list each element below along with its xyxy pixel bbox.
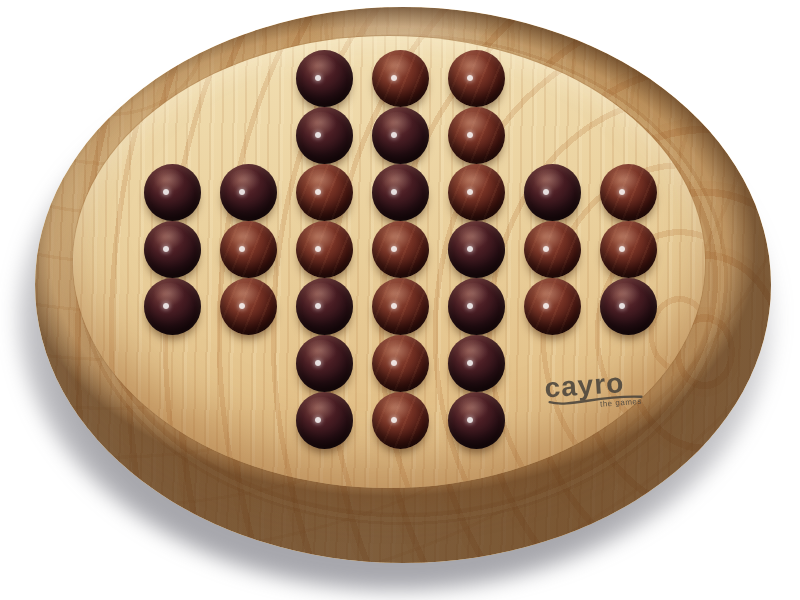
peg-sheen	[229, 169, 261, 193]
cell-r1c3[interactable]	[286, 50, 362, 107]
peg-r2c3[interactable]	[296, 107, 353, 164]
cell-r3c6[interactable]	[514, 164, 590, 221]
peg-specular-highlight	[467, 303, 473, 309]
peg-specular-highlight	[543, 303, 549, 309]
peg-specular-highlight	[467, 75, 473, 81]
cell-r4c2[interactable]	[210, 221, 286, 278]
cell-r2c1	[134, 107, 210, 164]
cell-r1c1	[134, 50, 210, 107]
peg-r5c7[interactable]	[600, 278, 657, 335]
cell-r3c2[interactable]	[210, 164, 286, 221]
peg-sheen	[381, 397, 413, 421]
peg-specular-highlight	[467, 417, 473, 423]
cell-r4c3[interactable]	[286, 221, 362, 278]
peg-sheen	[381, 112, 413, 136]
peg-r5c5[interactable]	[448, 278, 505, 335]
peg-sheen	[305, 169, 337, 193]
product-photo: cayro the games	[0, 0, 800, 600]
peg-specular-highlight	[315, 75, 321, 81]
peg-sheen	[381, 169, 413, 193]
peg-r7c3[interactable]	[296, 392, 353, 449]
peg-specular-highlight	[315, 246, 321, 252]
peg-r3c1[interactable]	[144, 164, 201, 221]
peg-r3c5[interactable]	[448, 164, 505, 221]
peg-sheen	[305, 226, 337, 250]
peg-sheen	[381, 55, 413, 79]
peg-sheen	[381, 226, 413, 250]
cell-r2c6	[514, 107, 590, 164]
cell-r7c1	[134, 392, 210, 449]
peg-specular-highlight	[391, 303, 397, 309]
peg-specular-highlight	[315, 132, 321, 138]
cell-r5c1[interactable]	[134, 278, 210, 335]
peg-sheen	[457, 283, 489, 307]
peg-sheen	[153, 283, 185, 307]
cell-r3c7[interactable]	[590, 164, 666, 221]
brand-logo: cayro the games	[544, 371, 646, 413]
cell-r2c4[interactable]	[362, 107, 438, 164]
cell-r3c1[interactable]	[134, 164, 210, 221]
peg-r5c2[interactable]	[220, 278, 277, 335]
peg-sheen	[305, 397, 337, 421]
peg-r6c5[interactable]	[448, 335, 505, 392]
peg-sheen	[305, 340, 337, 364]
cell-r5c3[interactable]	[286, 278, 362, 335]
peg-specular-highlight	[391, 189, 397, 195]
peg-sheen	[229, 226, 261, 250]
peg-r3c2[interactable]	[220, 164, 277, 221]
cell-r7c2	[210, 392, 286, 449]
peg-r4c5[interactable]	[448, 221, 505, 278]
peg-r2c4[interactable]	[372, 107, 429, 164]
cell-r6c2	[210, 335, 286, 392]
cell-r6c3[interactable]	[286, 335, 362, 392]
cell-r1c2	[210, 50, 286, 107]
cell-r5c5[interactable]	[438, 278, 514, 335]
cell-r7c5[interactable]	[438, 392, 514, 449]
peg-r6c4[interactable]	[372, 335, 429, 392]
peg-specular-highlight	[163, 303, 169, 309]
peg-sheen	[305, 283, 337, 307]
cell-r4c5[interactable]	[438, 221, 514, 278]
cell-r1c6	[514, 50, 590, 107]
peg-sheen	[305, 112, 337, 136]
peg-sheen	[381, 283, 413, 307]
cell-r7c4[interactable]	[362, 392, 438, 449]
peg-specular-highlight	[467, 189, 473, 195]
peg-r3c7[interactable]	[600, 164, 657, 221]
cell-r5c6[interactable]	[514, 278, 590, 335]
peg-sheen	[229, 283, 261, 307]
peg-specular-highlight	[543, 246, 549, 252]
peg-sheen	[381, 340, 413, 364]
peg-r3c4[interactable]	[372, 164, 429, 221]
peg-specular-highlight	[467, 132, 473, 138]
cell-r5c7[interactable]	[590, 278, 666, 335]
peg-r1c4[interactable]	[372, 50, 429, 107]
peg-r4c4[interactable]	[372, 221, 429, 278]
cell-r1c4[interactable]	[362, 50, 438, 107]
peg-specular-highlight	[163, 189, 169, 195]
peg-r4c2[interactable]	[220, 221, 277, 278]
peg-sheen	[609, 226, 641, 250]
peg-sheen	[457, 226, 489, 250]
peg-specular-highlight	[391, 360, 397, 366]
cell-r4c4[interactable]	[362, 221, 438, 278]
cell-r6c1	[134, 335, 210, 392]
cell-r2c3[interactable]	[286, 107, 362, 164]
peg-specular-highlight	[391, 75, 397, 81]
cell-r4c1[interactable]	[134, 221, 210, 278]
peg-r1c5[interactable]	[448, 50, 505, 107]
peg-sheen	[457, 112, 489, 136]
cell-r2c5[interactable]	[438, 107, 514, 164]
peg-specular-highlight	[239, 246, 245, 252]
peg-sheen	[153, 169, 185, 193]
peg-sheen	[533, 169, 565, 193]
peg-specular-highlight	[619, 246, 625, 252]
peg-specular-highlight	[543, 189, 549, 195]
peg-specular-highlight	[315, 417, 321, 423]
peg-r7c5[interactable]	[448, 392, 505, 449]
cell-r3c4[interactable]	[362, 164, 438, 221]
peg-specular-highlight	[619, 189, 625, 195]
peg-r5c4[interactable]	[372, 278, 429, 335]
cell-r2c2	[210, 107, 286, 164]
cell-r3c5[interactable]	[438, 164, 514, 221]
peg-specular-highlight	[391, 417, 397, 423]
peg-r5c6[interactable]	[524, 278, 581, 335]
peg-r5c3[interactable]	[296, 278, 353, 335]
peg-sheen	[533, 226, 565, 250]
peg-sheen	[609, 283, 641, 307]
peg-specular-highlight	[315, 189, 321, 195]
peg-r5c1[interactable]	[144, 278, 201, 335]
peg-r4c6[interactable]	[524, 221, 581, 278]
cell-r4c7[interactable]	[590, 221, 666, 278]
peg-specular-highlight	[467, 246, 473, 252]
peg-r3c6[interactable]	[524, 164, 581, 221]
peg-r3c3[interactable]	[296, 164, 353, 221]
peg-specular-highlight	[163, 246, 169, 252]
peg-specular-highlight	[391, 246, 397, 252]
peg-specular-highlight	[239, 303, 245, 309]
cell-r3c3[interactable]	[286, 164, 362, 221]
peg-sheen	[457, 169, 489, 193]
cell-r7c3[interactable]	[286, 392, 362, 449]
cell-r6c5[interactable]	[438, 335, 514, 392]
peg-sheen	[305, 55, 337, 79]
peg-sheen	[457, 397, 489, 421]
peg-r2c5[interactable]	[448, 107, 505, 164]
peg-specular-highlight	[467, 360, 473, 366]
peg-r7c4[interactable]	[372, 392, 429, 449]
peg-specular-highlight	[619, 303, 625, 309]
peg-specular-highlight	[239, 189, 245, 195]
peg-specular-highlight	[315, 360, 321, 366]
peg-specular-highlight	[391, 132, 397, 138]
cell-r1c5[interactable]	[438, 50, 514, 107]
cell-r4c6[interactable]	[514, 221, 590, 278]
cell-r1c7	[590, 50, 666, 107]
peg-r1c3[interactable]	[296, 50, 353, 107]
cell-r5c4[interactable]	[362, 278, 438, 335]
cell-r2c7	[590, 107, 666, 164]
peg-r4c1[interactable]	[144, 221, 201, 278]
cell-r5c2[interactable]	[210, 278, 286, 335]
peg-sheen	[533, 283, 565, 307]
peg-specular-highlight	[315, 303, 321, 309]
peg-sheen	[457, 340, 489, 364]
peg-r4c7[interactable]	[600, 221, 657, 278]
peg-r6c3[interactable]	[296, 335, 353, 392]
peg-sheen	[153, 226, 185, 250]
peg-r4c3[interactable]	[296, 221, 353, 278]
peg-sheen	[457, 55, 489, 79]
cell-r6c4[interactable]	[362, 335, 438, 392]
peg-sheen	[609, 169, 641, 193]
